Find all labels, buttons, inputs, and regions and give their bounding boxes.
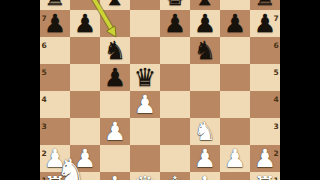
square-c8[interactable]: ♝ xyxy=(100,0,130,10)
piece-white-bishop-c1[interactable]: ♝ xyxy=(100,172,130,180)
square-e1[interactable]: ♚ xyxy=(160,172,190,180)
piece-white-queen-d1[interactable]: ♛ xyxy=(130,172,160,180)
piece-black-pawn-b7[interactable]: ♟ xyxy=(70,10,100,37)
piece-white-pawn-c3[interactable]: ♟ xyxy=(100,118,130,145)
square-f5[interactable] xyxy=(190,64,220,91)
square-b4[interactable] xyxy=(70,91,100,118)
piece-white-knight-b1[interactable]: ♞ xyxy=(52,153,91,180)
square-e7[interactable]: ♟ xyxy=(160,10,190,37)
square-b6[interactable] xyxy=(70,37,100,64)
square-g1[interactable] xyxy=(220,172,250,180)
piece-black-knight-f6[interactable]: ♞ xyxy=(190,37,220,64)
square-d8[interactable] xyxy=(130,0,160,10)
square-g7[interactable]: ♟ xyxy=(220,10,250,37)
square-d7[interactable] xyxy=(130,10,160,37)
square-g6[interactable] xyxy=(220,37,250,64)
square-c5[interactable]: ♟ xyxy=(100,64,130,91)
square-e2[interactable] xyxy=(160,145,190,172)
square-c7[interactable] xyxy=(100,10,130,37)
square-b1[interactable]: ♞ xyxy=(70,172,100,180)
rank-label-left-7: 7 xyxy=(40,14,48,23)
square-g4[interactable] xyxy=(220,91,250,118)
square-c3[interactable]: ♟ xyxy=(100,118,130,145)
square-c4[interactable] xyxy=(100,91,130,118)
rank-label-right-1: 1 xyxy=(272,176,280,180)
piece-white-pawn-d4[interactable]: ♟ xyxy=(130,91,160,118)
rank-label-left-3: 3 xyxy=(40,122,48,131)
piece-black-bishop-c8[interactable]: ♝ xyxy=(100,0,130,10)
rank-label-right-2: 2 xyxy=(272,149,280,158)
square-b3[interactable] xyxy=(70,118,100,145)
rank-label-left-6: 6 xyxy=(40,41,48,50)
piece-white-bishop-f1[interactable]: ♝ xyxy=(190,172,220,180)
piece-white-knight-f3[interactable]: ♞ xyxy=(190,118,220,145)
square-f4[interactable] xyxy=(190,91,220,118)
rank-label-left-1: 1 xyxy=(40,176,48,180)
square-e5[interactable] xyxy=(160,64,190,91)
square-e4[interactable] xyxy=(160,91,190,118)
piece-white-pawn-f2[interactable]: ♟ xyxy=(190,145,220,172)
rank-label-left-2: 2 xyxy=(40,149,48,158)
square-f1[interactable]: ♝ xyxy=(190,172,220,180)
square-d4[interactable]: ♟ xyxy=(130,91,160,118)
square-e3[interactable] xyxy=(160,118,190,145)
square-d1[interactable]: ♛ xyxy=(130,172,160,180)
square-f3[interactable]: ♞ xyxy=(190,118,220,145)
square-f6[interactable]: ♞ xyxy=(190,37,220,64)
rank-label-right-4: 4 xyxy=(272,95,280,104)
square-g3[interactable] xyxy=(220,118,250,145)
square-e6[interactable] xyxy=(160,37,190,64)
square-d3[interactable] xyxy=(130,118,160,145)
piece-white-pawn-g2[interactable]: ♟ xyxy=(220,145,250,172)
piece-black-pawn-g7[interactable]: ♟ xyxy=(220,10,250,37)
rank-label-right-6: 6 xyxy=(272,41,280,50)
piece-black-knight-c6[interactable]: ♞ xyxy=(100,37,130,64)
rank-label-left-5: 5 xyxy=(40,68,48,77)
rank-label-right-5: 5 xyxy=(272,68,280,77)
square-g2[interactable]: ♟ xyxy=(220,145,250,172)
rank-label-left-4: 4 xyxy=(40,95,48,104)
piece-black-pawn-c5[interactable]: ♟ xyxy=(100,64,130,91)
piece-black-pawn-f7[interactable]: ♟ xyxy=(190,10,220,37)
square-d6[interactable] xyxy=(130,37,160,64)
chess-board: ♜♝♚♝♜♟♟♟♟♟♟♞♞♟♛♟♟♞♟♟♟♟♟♜♞♝♛♚♝♜ xyxy=(40,0,280,180)
piece-black-pawn-e7[interactable]: ♟ xyxy=(160,10,190,37)
square-c2[interactable] xyxy=(100,145,130,172)
square-c1[interactable]: ♝ xyxy=(100,172,130,180)
square-f2[interactable]: ♟ xyxy=(190,145,220,172)
square-d2[interactable] xyxy=(130,145,160,172)
square-d5[interactable]: ♛ xyxy=(130,64,160,91)
square-b7[interactable]: ♟ xyxy=(70,10,100,37)
square-f7[interactable]: ♟ xyxy=(190,10,220,37)
rank-label-right-3: 3 xyxy=(272,122,280,131)
piece-black-queen-d5[interactable]: ♛ xyxy=(130,64,160,91)
video-frame: ♜♝♚♝♜♟♟♟♟♟♟♞♞♟♛♟♟♞♟♟♟♟♟♜♞♝♛♚♝♜ 887766554… xyxy=(0,0,320,180)
square-b5[interactable] xyxy=(70,64,100,91)
square-g5[interactable] xyxy=(220,64,250,91)
rank-label-right-7: 7 xyxy=(272,14,280,23)
piece-white-king-e1[interactable]: ♚ xyxy=(160,172,190,180)
square-c6[interactable]: ♞ xyxy=(100,37,130,64)
